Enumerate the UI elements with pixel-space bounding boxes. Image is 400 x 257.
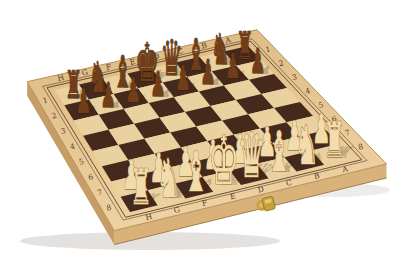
chess-board: HH11GG22FF33EE44DD55CC66BB77AA88♜♜♞♞♝♝♚♚… bbox=[0, 0, 400, 257]
piece-light-queen-d8[interactable]: ♛ bbox=[237, 119, 266, 192]
piece-dark-pawn-c2[interactable]: ♟ bbox=[200, 52, 216, 92]
piece-dark-pawn-h2[interactable]: ♟ bbox=[75, 80, 91, 120]
piece-dark-pawn-b2[interactable]: ♟ bbox=[225, 46, 241, 86]
piece-dark-pawn-d2[interactable]: ♟ bbox=[175, 57, 191, 97]
chess-photo-scene: HH11GG22FF33EE44DD55CC66BB77AA88♜♜♞♞♝♝♚♚… bbox=[0, 0, 400, 257]
piece-light-knight-g8[interactable]: ♞ bbox=[156, 147, 181, 210]
piece-light-king-e8[interactable]: ♚ bbox=[208, 121, 239, 200]
piece-dark-pawn-g2[interactable]: ♟ bbox=[100, 75, 116, 115]
piece-dark-pawn-f2[interactable]: ♟ bbox=[125, 69, 141, 109]
piece-light-rook-h8[interactable]: ♜ bbox=[130, 159, 153, 216]
piece-light-knight-b8[interactable]: ♞ bbox=[294, 114, 319, 177]
piece-light-bishop-f8[interactable]: ♝ bbox=[183, 139, 209, 203]
piece-light-rook-a8[interactable]: ♜ bbox=[323, 112, 346, 169]
piece-light-bishop-c8[interactable]: ♝ bbox=[266, 119, 292, 183]
piece-dark-pawn-e2[interactable]: ♟ bbox=[150, 63, 166, 103]
piece-dark-pawn-a2[interactable]: ♟ bbox=[250, 40, 266, 80]
